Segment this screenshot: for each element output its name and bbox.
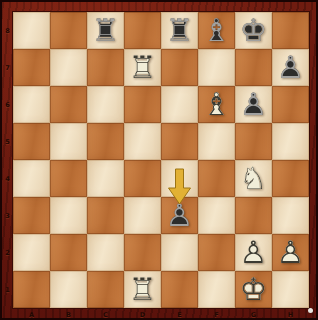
square-a8[interactable] — [13, 12, 50, 49]
square-a7[interactable] — [13, 49, 50, 86]
black-bishop-glyph: ♝ — [198, 12, 235, 49]
square-e4[interactable] — [161, 160, 198, 197]
piece-white-bishop[interactable]: ♝♗ — [198, 86, 235, 123]
piece-white-pawn[interactable]: ♟♙ — [235, 234, 272, 271]
square-f7[interactable] — [198, 49, 235, 86]
square-e6[interactable] — [161, 86, 198, 123]
square-d5[interactable] — [124, 123, 161, 160]
square-c3[interactable] — [87, 197, 124, 234]
square-e5[interactable] — [161, 123, 198, 160]
square-d3[interactable] — [124, 197, 161, 234]
square-e8[interactable]: ♜♖ — [161, 12, 198, 49]
square-c1[interactable] — [87, 271, 124, 308]
square-d1[interactable]: ♜♖ — [124, 271, 161, 308]
rank-label-4: 4 — [2, 160, 13, 197]
white-pawn-glyph: ♟ — [272, 234, 309, 271]
file-label-f: F — [198, 308, 235, 320]
square-f5[interactable] — [198, 123, 235, 160]
piece-black-pawn[interactable]: ♟♙ — [272, 49, 309, 86]
black-pawn-outline-glyph: ♙ — [235, 86, 272, 123]
square-f1[interactable] — [198, 271, 235, 308]
square-g4[interactable]: ♞♘ — [235, 160, 272, 197]
square-e7[interactable] — [161, 49, 198, 86]
square-c5[interactable] — [87, 123, 124, 160]
piece-black-rook[interactable]: ♜♖ — [87, 12, 124, 49]
board: ♜♖♜♖♝♗♚♔♜♖♟♙♝♗♟♙♞♘♟♙♟♙♟♙♜♖♚♔ — [13, 12, 309, 308]
piece-black-rook[interactable]: ♜♖ — [161, 12, 198, 49]
white-knight-outline-glyph: ♘ — [235, 160, 272, 197]
square-b5[interactable] — [50, 123, 87, 160]
file-label-c: C — [87, 308, 124, 320]
square-e3[interactable]: ♟♙ — [161, 197, 198, 234]
rank-label-1: 1 — [2, 271, 13, 308]
square-e1[interactable] — [161, 271, 198, 308]
white-bishop-outline-glyph: ♗ — [198, 86, 235, 123]
rank-label-7: 7 — [2, 49, 13, 86]
white-pawn-outline-glyph: ♙ — [272, 234, 309, 271]
square-c2[interactable] — [87, 234, 124, 271]
square-b3[interactable] — [50, 197, 87, 234]
square-g3[interactable] — [235, 197, 272, 234]
piece-white-king[interactable]: ♚♔ — [235, 271, 272, 308]
piece-white-knight[interactable]: ♞♘ — [235, 160, 272, 197]
rank-label-5: 5 — [2, 123, 13, 160]
square-h6[interactable] — [272, 86, 309, 123]
square-g1[interactable]: ♚♔ — [235, 271, 272, 308]
file-label-d: D — [124, 308, 161, 320]
square-h4[interactable] — [272, 160, 309, 197]
square-c4[interactable] — [87, 160, 124, 197]
white-rook-glyph: ♜ — [124, 271, 161, 308]
black-bishop-outline-glyph: ♗ — [198, 12, 235, 49]
square-g6[interactable]: ♟♙ — [235, 86, 272, 123]
white-rook-outline-glyph: ♖ — [124, 271, 161, 308]
black-rook-outline-glyph: ♖ — [161, 12, 198, 49]
black-pawn-glyph: ♟ — [272, 49, 309, 86]
black-king-glyph: ♚ — [235, 12, 272, 49]
piece-black-king[interactable]: ♚♔ — [235, 12, 272, 49]
square-a3[interactable] — [13, 197, 50, 234]
white-king-outline-glyph: ♔ — [235, 271, 272, 308]
square-f3[interactable] — [198, 197, 235, 234]
square-b8[interactable] — [50, 12, 87, 49]
file-label-a: A — [13, 308, 50, 320]
black-rook-glyph: ♜ — [87, 12, 124, 49]
piece-white-pawn[interactable]: ♟♙ — [272, 234, 309, 271]
white-king-glyph: ♚ — [235, 271, 272, 308]
square-d6[interactable] — [124, 86, 161, 123]
rank-label-8: 8 — [2, 12, 13, 49]
white-knight-glyph: ♞ — [235, 160, 272, 197]
rank-label-3: 3 — [2, 197, 13, 234]
white-bishop-glyph: ♝ — [198, 86, 235, 123]
square-a6[interactable] — [13, 86, 50, 123]
file-label-e: E — [161, 308, 198, 320]
square-d7[interactable]: ♜♖ — [124, 49, 161, 86]
square-f6[interactable]: ♝♗ — [198, 86, 235, 123]
square-c6[interactable] — [87, 86, 124, 123]
square-h3[interactable] — [272, 197, 309, 234]
black-rook-glyph: ♜ — [161, 12, 198, 49]
square-c7[interactable] — [87, 49, 124, 86]
square-b1[interactable] — [50, 271, 87, 308]
rank-label-2: 2 — [2, 234, 13, 271]
white-rook-outline-glyph: ♖ — [124, 49, 161, 86]
square-d4[interactable] — [124, 160, 161, 197]
black-rook-outline-glyph: ♖ — [87, 12, 124, 49]
square-a2[interactable] — [13, 234, 50, 271]
square-g5[interactable] — [235, 123, 272, 160]
corner-dot — [308, 308, 313, 313]
square-h2[interactable]: ♟♙ — [272, 234, 309, 271]
square-e2[interactable] — [161, 234, 198, 271]
square-f8[interactable]: ♝♗ — [198, 12, 235, 49]
square-h5[interactable] — [272, 123, 309, 160]
square-a5[interactable] — [13, 123, 50, 160]
piece-black-bishop[interactable]: ♝♗ — [198, 12, 235, 49]
piece-black-pawn[interactable]: ♟♙ — [235, 86, 272, 123]
chess-board-frame: ♜♖♜♖♝♗♚♔♜♖♟♙♝♗♟♙♞♘♟♙♟♙♟♙♜♖♚♔ 87654321 AB… — [0, 0, 318, 320]
black-pawn-glyph: ♟ — [161, 197, 198, 234]
white-rook-glyph: ♜ — [124, 49, 161, 86]
white-pawn-outline-glyph: ♙ — [235, 234, 272, 271]
square-b6[interactable] — [50, 86, 87, 123]
square-f4[interactable] — [198, 160, 235, 197]
square-b7[interactable] — [50, 49, 87, 86]
black-king-outline-glyph: ♔ — [235, 12, 272, 49]
white-pawn-glyph: ♟ — [235, 234, 272, 271]
square-d2[interactable] — [124, 234, 161, 271]
black-pawn-glyph: ♟ — [235, 86, 272, 123]
black-pawn-outline-glyph: ♙ — [272, 49, 309, 86]
square-b2[interactable] — [50, 234, 87, 271]
file-label-g: G — [235, 308, 272, 320]
square-g2[interactable]: ♟♙ — [235, 234, 272, 271]
square-c8[interactable]: ♜♖ — [87, 12, 124, 49]
square-h8[interactable] — [272, 12, 309, 49]
file-label-h: H — [272, 308, 309, 320]
square-h1[interactable] — [272, 271, 309, 308]
square-f2[interactable] — [198, 234, 235, 271]
file-label-b: B — [50, 308, 87, 320]
square-g7[interactable] — [235, 49, 272, 86]
rank-label-6: 6 — [2, 86, 13, 123]
square-a4[interactable] — [13, 160, 50, 197]
square-d8[interactable] — [124, 12, 161, 49]
piece-white-rook[interactable]: ♜♖ — [124, 271, 161, 308]
square-h7[interactable]: ♟♙ — [272, 49, 309, 86]
black-pawn-outline-glyph: ♙ — [161, 197, 198, 234]
square-b4[interactable] — [50, 160, 87, 197]
piece-white-rook[interactable]: ♜♖ — [124, 49, 161, 86]
square-g8[interactable]: ♚♔ — [235, 12, 272, 49]
piece-black-pawn[interactable]: ♟♙ — [161, 197, 198, 234]
square-a1[interactable] — [13, 271, 50, 308]
